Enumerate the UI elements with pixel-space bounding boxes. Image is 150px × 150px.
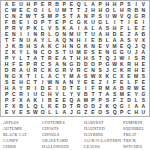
word-list-column: APPLESAUTUMNBLACK CATCANDYCIDER [3,120,42,150]
grid-cell: E [3,109,10,115]
word-item: CIDER [3,144,42,150]
grid-cell: L [53,109,60,115]
grid-cell: J [68,109,75,115]
grid-cell: P [118,109,125,115]
grid-cell: S [25,109,32,115]
grid-cell: A [61,109,68,115]
grid-cell: L [46,109,53,115]
grid-cell: S [104,109,111,115]
grid-cell: Q [111,109,118,115]
word-item: LEAVES [84,144,123,150]
grid-cell: W [32,109,39,115]
grid-cell: G [75,109,82,115]
grid-cell: Z [82,109,89,115]
word-list-column: PUMPKINSQUIRRELTREATTRICKWITCHES [123,120,150,150]
word-search-page: AEUHPERBPEQLAPHHPSIVCWECOILUMTTJHHOLHRBN… [0,0,150,150]
grid-cell: V [10,109,17,115]
word-list-column: COSTUMESGHOSTSGHOULSGRAVEYARDHALLOWEEN [42,120,84,150]
grid-cell: O [39,109,46,115]
word-list: APPLESAUTUMNBLACK CATCANDYCIDERCOSTUMESG… [0,120,150,150]
grid-cell: E [17,109,24,115]
grid-cell: U [140,109,147,115]
grid-cell: E [89,109,96,115]
grid-cell: C [125,109,132,115]
word-list-column: HARVESTHAUNTEDHAYRIDEJACK-O-LANTERNLEAVE… [84,120,123,150]
grid-cell: H [133,109,140,115]
word-search-grid: AEUHPERBPEQLAPHHPSIVCWECOILUMTTJHHOLHRBN… [0,0,150,117]
word-item: HALLOWEEN [42,144,84,150]
word-item: WITCHES [123,144,150,150]
grid-cell: O [97,109,104,115]
